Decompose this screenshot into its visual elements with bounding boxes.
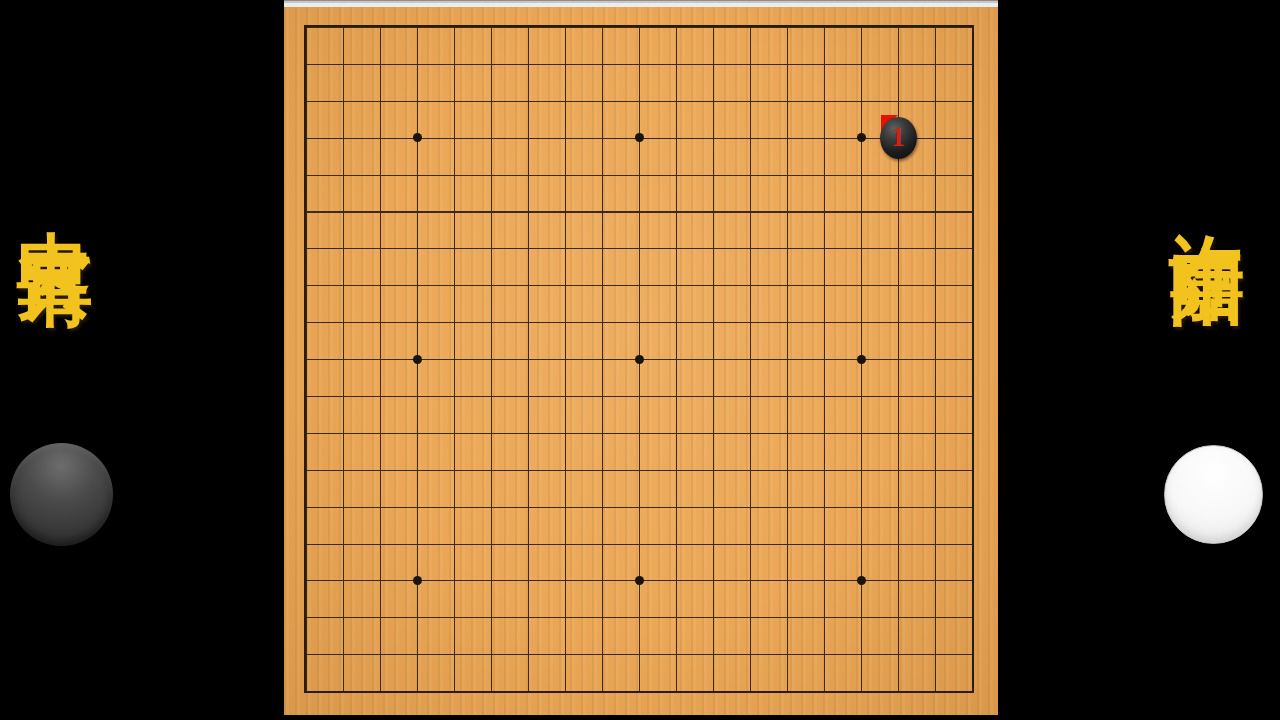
intersection-O8[interactable]: [769, 414, 806, 451]
intersection-M8[interactable]: [695, 414, 732, 451]
intersection-C15[interactable]: [362, 156, 399, 193]
intersection-P8[interactable]: [806, 414, 843, 451]
intersection-N11[interactable]: [732, 304, 769, 341]
intersection-G11[interactable]: [510, 304, 547, 341]
intersection-O17[interactable]: [769, 82, 806, 119]
intersection-T17[interactable]: [954, 82, 991, 119]
intersection-B9[interactable]: [325, 377, 362, 414]
intersection-A4[interactable]: [288, 562, 325, 599]
intersection-H14[interactable]: [547, 193, 584, 230]
intersection-G10[interactable]: [510, 341, 547, 378]
intersection-R17[interactable]: [880, 82, 917, 119]
intersection-D17[interactable]: [399, 82, 436, 119]
intersection-E6[interactable]: [436, 488, 473, 525]
intersection-S15[interactable]: [917, 156, 954, 193]
intersection-A5[interactable]: [288, 525, 325, 562]
intersection-S11[interactable]: [917, 304, 954, 341]
intersection-T16[interactable]: [954, 119, 991, 156]
intersection-G17[interactable]: [510, 82, 547, 119]
intersection-J11[interactable]: [584, 304, 621, 341]
intersection-P15[interactable]: [806, 156, 843, 193]
intersection-E4[interactable]: [436, 562, 473, 599]
intersection-P5[interactable]: [806, 525, 843, 562]
intersection-F19[interactable]: [473, 9, 510, 46]
intersection-M3[interactable]: [695, 599, 732, 636]
intersection-K8[interactable]: [621, 414, 658, 451]
intersection-R10[interactable]: [880, 341, 917, 378]
intersection-A7[interactable]: [288, 451, 325, 488]
intersection-A18[interactable]: [288, 45, 325, 82]
intersection-H12[interactable]: [547, 267, 584, 304]
intersection-E8[interactable]: [436, 414, 473, 451]
intersection-S16[interactable]: [917, 119, 954, 156]
intersection-K18[interactable]: [621, 45, 658, 82]
intersection-O2[interactable]: [769, 636, 806, 673]
intersection-N12[interactable]: [732, 267, 769, 304]
intersection-B18[interactable]: [325, 45, 362, 82]
intersection-L11[interactable]: [658, 304, 695, 341]
intersection-T12[interactable]: [954, 267, 991, 304]
intersection-S7[interactable]: [917, 451, 954, 488]
intersection-R5[interactable]: [880, 525, 917, 562]
intersection-D12[interactable]: [399, 267, 436, 304]
intersection-K6[interactable]: [621, 488, 658, 525]
intersection-D14[interactable]: [399, 193, 436, 230]
intersection-K2[interactable]: [621, 636, 658, 673]
intersection-N1[interactable]: [732, 673, 769, 710]
intersection-R11[interactable]: [880, 304, 917, 341]
intersection-G19[interactable]: [510, 9, 547, 46]
intersection-J5[interactable]: [584, 525, 621, 562]
intersection-M11[interactable]: [695, 304, 732, 341]
intersection-K19[interactable]: [621, 9, 658, 46]
intersection-B16[interactable]: [325, 119, 362, 156]
intersection-R2[interactable]: [880, 636, 917, 673]
intersection-T10[interactable]: [954, 341, 991, 378]
intersection-D15[interactable]: [399, 156, 436, 193]
intersection-L4[interactable]: [658, 562, 695, 599]
intersection-B6[interactable]: [325, 488, 362, 525]
intersection-B11[interactable]: [325, 304, 362, 341]
intersection-Q14[interactable]: [843, 193, 880, 230]
intersection-N18[interactable]: [732, 45, 769, 82]
intersection-F18[interactable]: [473, 45, 510, 82]
intersection-P7[interactable]: [806, 451, 843, 488]
intersection-H17[interactable]: [547, 82, 584, 119]
intersection-A8[interactable]: [288, 414, 325, 451]
intersection-C7[interactable]: [362, 451, 399, 488]
intersection-D11[interactable]: [399, 304, 436, 341]
intersection-R7[interactable]: [880, 451, 917, 488]
intersection-D19[interactable]: [399, 9, 436, 46]
intersection-O9[interactable]: [769, 377, 806, 414]
intersection-C9[interactable]: [362, 377, 399, 414]
intersection-A9[interactable]: [288, 377, 325, 414]
intersection-F1[interactable]: [473, 673, 510, 710]
intersection-Q5[interactable]: [843, 525, 880, 562]
intersection-F4[interactable]: [473, 562, 510, 599]
intersection-C3[interactable]: [362, 599, 399, 636]
intersection-C12[interactable]: [362, 267, 399, 304]
intersection-Q2[interactable]: [843, 636, 880, 673]
intersection-L7[interactable]: [658, 451, 695, 488]
intersection-F13[interactable]: [473, 230, 510, 267]
intersection-Q1[interactable]: [843, 673, 880, 710]
intersection-M5[interactable]: [695, 525, 732, 562]
intersection-H6[interactable]: [547, 488, 584, 525]
intersection-M19[interactable]: [695, 9, 732, 46]
intersection-T2[interactable]: [954, 636, 991, 673]
intersection-S6[interactable]: [917, 488, 954, 525]
intersection-S14[interactable]: [917, 193, 954, 230]
intersection-R6[interactable]: [880, 488, 917, 525]
intersection-H3[interactable]: [547, 599, 584, 636]
intersection-H16[interactable]: [547, 119, 584, 156]
intersection-T19[interactable]: [954, 9, 991, 46]
intersection-P12[interactable]: [806, 267, 843, 304]
intersection-P11[interactable]: [806, 304, 843, 341]
intersection-F5[interactable]: [473, 525, 510, 562]
intersection-J19[interactable]: [584, 9, 621, 46]
intersection-J9[interactable]: [584, 377, 621, 414]
intersection-R8[interactable]: [880, 414, 917, 451]
intersection-Q11[interactable]: [843, 304, 880, 341]
intersection-R19[interactable]: [880, 9, 917, 46]
intersection-F15[interactable]: [473, 156, 510, 193]
intersection-H15[interactable]: [547, 156, 584, 193]
intersection-L5[interactable]: [658, 525, 695, 562]
intersection-R12[interactable]: [880, 267, 917, 304]
intersection-P1[interactable]: [806, 673, 843, 710]
intersection-Q3[interactable]: [843, 599, 880, 636]
intersection-H11[interactable]: [547, 304, 584, 341]
intersection-N7[interactable]: [732, 451, 769, 488]
intersection-L10[interactable]: [658, 341, 695, 378]
intersection-M14[interactable]: [695, 193, 732, 230]
intersection-J16[interactable]: [584, 119, 621, 156]
intersection-F2[interactable]: [473, 636, 510, 673]
intersection-T13[interactable]: [954, 230, 991, 267]
intersection-B13[interactable]: [325, 230, 362, 267]
intersection-A17[interactable]: [288, 82, 325, 119]
intersection-H1[interactable]: [547, 673, 584, 710]
intersection-E12[interactable]: [436, 267, 473, 304]
intersection-C5[interactable]: [362, 525, 399, 562]
intersection-C2[interactable]: [362, 636, 399, 673]
intersection-M12[interactable]: [695, 267, 732, 304]
intersection-P16[interactable]: [806, 119, 843, 156]
intersection-P9[interactable]: [806, 377, 843, 414]
intersection-F8[interactable]: [473, 414, 510, 451]
intersection-F12[interactable]: [473, 267, 510, 304]
intersection-J8[interactable]: [584, 414, 621, 451]
intersection-T18[interactable]: [954, 45, 991, 82]
intersection-R1[interactable]: [880, 673, 917, 710]
intersection-H9[interactable]: [547, 377, 584, 414]
intersection-J13[interactable]: [584, 230, 621, 267]
intersection-O6[interactable]: [769, 488, 806, 525]
intersection-E17[interactable]: [436, 82, 473, 119]
intersection-O1[interactable]: [769, 673, 806, 710]
intersection-G5[interactable]: [510, 525, 547, 562]
intersection-M1[interactable]: [695, 673, 732, 710]
intersection-R15[interactable]: [880, 156, 917, 193]
intersection-L14[interactable]: [658, 193, 695, 230]
intersection-L17[interactable]: [658, 82, 695, 119]
intersection-C8[interactable]: [362, 414, 399, 451]
intersection-L2[interactable]: [658, 636, 695, 673]
intersection-N8[interactable]: [732, 414, 769, 451]
intersection-R14[interactable]: [880, 193, 917, 230]
intersection-O5[interactable]: [769, 525, 806, 562]
intersection-H13[interactable]: [547, 230, 584, 267]
intersection-T9[interactable]: [954, 377, 991, 414]
intersection-A2[interactable]: [288, 636, 325, 673]
intersection-L15[interactable]: [658, 156, 695, 193]
intersection-N16[interactable]: [732, 119, 769, 156]
intersection-T14[interactable]: [954, 193, 991, 230]
intersection-S4[interactable]: [917, 562, 954, 599]
intersection-S3[interactable]: [917, 599, 954, 636]
intersection-N14[interactable]: [732, 193, 769, 230]
intersection-C11[interactable]: [362, 304, 399, 341]
intersection-F17[interactable]: [473, 82, 510, 119]
intersection-Q19[interactable]: [843, 9, 880, 46]
intersection-B1[interactable]: [325, 673, 362, 710]
intersection-H18[interactable]: [547, 45, 584, 82]
intersection-Q12[interactable]: [843, 267, 880, 304]
intersection-N15[interactable]: [732, 156, 769, 193]
intersection-R18[interactable]: [880, 45, 917, 82]
intersection-G12[interactable]: [510, 267, 547, 304]
intersection-S19[interactable]: [917, 9, 954, 46]
intersection-J10[interactable]: [584, 341, 621, 378]
intersection-T1[interactable]: [954, 673, 991, 710]
intersection-D5[interactable]: [399, 525, 436, 562]
intersection-A14[interactable]: [288, 193, 325, 230]
intersection-L18[interactable]: [658, 45, 695, 82]
intersection-D7[interactable]: [399, 451, 436, 488]
intersection-E10[interactable]: [436, 341, 473, 378]
intersection-G16[interactable]: [510, 119, 547, 156]
intersection-R13[interactable]: [880, 230, 917, 267]
intersection-H19[interactable]: [547, 9, 584, 46]
intersection-E3[interactable]: [436, 599, 473, 636]
intersection-B17[interactable]: [325, 82, 362, 119]
intersection-N9[interactable]: [732, 377, 769, 414]
intersection-K5[interactable]: [621, 525, 658, 562]
intersection-E18[interactable]: [436, 45, 473, 82]
intersection-M18[interactable]: [695, 45, 732, 82]
intersection-G2[interactable]: [510, 636, 547, 673]
intersection-Q15[interactable]: [843, 156, 880, 193]
intersection-R9[interactable]: [880, 377, 917, 414]
intersection-K1[interactable]: [621, 673, 658, 710]
intersection-D1[interactable]: [399, 673, 436, 710]
intersection-N5[interactable]: [732, 525, 769, 562]
intersection-A10[interactable]: [288, 341, 325, 378]
intersection-J12[interactable]: [584, 267, 621, 304]
intersection-E16[interactable]: [436, 119, 473, 156]
intersection-K14[interactable]: [621, 193, 658, 230]
intersection-L19[interactable]: [658, 9, 695, 46]
intersection-K9[interactable]: [621, 377, 658, 414]
intersection-G8[interactable]: [510, 414, 547, 451]
intersection-M13[interactable]: [695, 230, 732, 267]
intersection-E9[interactable]: [436, 377, 473, 414]
intersection-T15[interactable]: [954, 156, 991, 193]
intersection-H7[interactable]: [547, 451, 584, 488]
intersection-B12[interactable]: [325, 267, 362, 304]
intersection-C14[interactable]: [362, 193, 399, 230]
intersection-B3[interactable]: [325, 599, 362, 636]
intersection-G4[interactable]: [510, 562, 547, 599]
intersection-L9[interactable]: [658, 377, 695, 414]
intersection-J7[interactable]: [584, 451, 621, 488]
intersection-O7[interactable]: [769, 451, 806, 488]
intersection-T5[interactable]: [954, 525, 991, 562]
intersection-Q8[interactable]: [843, 414, 880, 451]
intersection-S5[interactable]: [917, 525, 954, 562]
intersection-A12[interactable]: [288, 267, 325, 304]
intersection-F16[interactable]: [473, 119, 510, 156]
intersection-R4[interactable]: [880, 562, 917, 599]
intersection-K17[interactable]: [621, 82, 658, 119]
intersection-J4[interactable]: [584, 562, 621, 599]
intersection-K3[interactable]: [621, 599, 658, 636]
intersection-G7[interactable]: [510, 451, 547, 488]
intersection-P4[interactable]: [806, 562, 843, 599]
intersection-O18[interactable]: [769, 45, 806, 82]
intersection-B2[interactable]: [325, 636, 362, 673]
intersection-Q7[interactable]: [843, 451, 880, 488]
intersection-D6[interactable]: [399, 488, 436, 525]
intersection-P6[interactable]: [806, 488, 843, 525]
intersection-E2[interactable]: [436, 636, 473, 673]
intersection-E15[interactable]: [436, 156, 473, 193]
intersection-Q18[interactable]: [843, 45, 880, 82]
intersection-S13[interactable]: [917, 230, 954, 267]
intersection-T8[interactable]: [954, 414, 991, 451]
intersection-B8[interactable]: [325, 414, 362, 451]
intersection-B7[interactable]: [325, 451, 362, 488]
intersection-L6[interactable]: [658, 488, 695, 525]
intersection-N17[interactable]: [732, 82, 769, 119]
intersection-B5[interactable]: [325, 525, 362, 562]
intersection-C13[interactable]: [362, 230, 399, 267]
intersection-O15[interactable]: [769, 156, 806, 193]
intersection-G13[interactable]: [510, 230, 547, 267]
intersection-J2[interactable]: [584, 636, 621, 673]
intersection-E5[interactable]: [436, 525, 473, 562]
intersection-S12[interactable]: [917, 267, 954, 304]
intersection-N19[interactable]: [732, 9, 769, 46]
intersection-M16[interactable]: [695, 119, 732, 156]
intersection-M10[interactable]: [695, 341, 732, 378]
intersection-L16[interactable]: [658, 119, 695, 156]
intersection-K11[interactable]: [621, 304, 658, 341]
intersection-A11[interactable]: [288, 304, 325, 341]
intersection-F9[interactable]: [473, 377, 510, 414]
intersection-T4[interactable]: [954, 562, 991, 599]
intersection-D18[interactable]: [399, 45, 436, 82]
intersection-S17[interactable]: [917, 82, 954, 119]
intersection-L12[interactable]: [658, 267, 695, 304]
intersection-P13[interactable]: [806, 230, 843, 267]
intersection-D13[interactable]: [399, 230, 436, 267]
intersection-F14[interactable]: [473, 193, 510, 230]
intersection-L8[interactable]: [658, 414, 695, 451]
intersection-H8[interactable]: [547, 414, 584, 451]
intersection-O4[interactable]: [769, 562, 806, 599]
intersection-S8[interactable]: [917, 414, 954, 451]
intersection-B15[interactable]: [325, 156, 362, 193]
intersection-R3[interactable]: [880, 599, 917, 636]
intersection-G18[interactable]: [510, 45, 547, 82]
intersection-C6[interactable]: [362, 488, 399, 525]
intersection-O16[interactable]: [769, 119, 806, 156]
intersection-O14[interactable]: [769, 193, 806, 230]
intersection-L1[interactable]: [658, 673, 695, 710]
intersection-J14[interactable]: [584, 193, 621, 230]
intersection-O11[interactable]: [769, 304, 806, 341]
intersection-A19[interactable]: [288, 9, 325, 46]
intersection-E13[interactable]: [436, 230, 473, 267]
intersection-C19[interactable]: [362, 9, 399, 46]
intersection-G6[interactable]: [510, 488, 547, 525]
intersection-M4[interactable]: [695, 562, 732, 599]
intersection-K15[interactable]: [621, 156, 658, 193]
intersection-S2[interactable]: [917, 636, 954, 673]
intersection-P10[interactable]: [806, 341, 843, 378]
intersection-J15[interactable]: [584, 156, 621, 193]
intersection-D3[interactable]: [399, 599, 436, 636]
intersection-O12[interactable]: [769, 267, 806, 304]
intersection-M7[interactable]: [695, 451, 732, 488]
intersection-N3[interactable]: [732, 599, 769, 636]
intersection-F11[interactable]: [473, 304, 510, 341]
intersection-J3[interactable]: [584, 599, 621, 636]
intersection-P19[interactable]: [806, 9, 843, 46]
intersection-J1[interactable]: [584, 673, 621, 710]
intersection-S18[interactable]: [917, 45, 954, 82]
intersection-N10[interactable]: [732, 341, 769, 378]
intersection-O19[interactable]: [769, 9, 806, 46]
intersection-J18[interactable]: [584, 45, 621, 82]
intersection-A15[interactable]: [288, 156, 325, 193]
intersection-N13[interactable]: [732, 230, 769, 267]
intersection-P3[interactable]: [806, 599, 843, 636]
intersection-T3[interactable]: [954, 599, 991, 636]
intersection-D2[interactable]: [399, 636, 436, 673]
intersection-F3[interactable]: [473, 599, 510, 636]
intersection-E19[interactable]: [436, 9, 473, 46]
intersection-Q9[interactable]: [843, 377, 880, 414]
intersection-B19[interactable]: [325, 9, 362, 46]
intersection-E11[interactable]: [436, 304, 473, 341]
intersection-C18[interactable]: [362, 45, 399, 82]
intersection-C1[interactable]: [362, 673, 399, 710]
intersection-H5[interactable]: [547, 525, 584, 562]
intersection-M9[interactable]: [695, 377, 732, 414]
intersection-H2[interactable]: [547, 636, 584, 673]
intersection-B4[interactable]: [325, 562, 362, 599]
intersection-C17[interactable]: [362, 82, 399, 119]
intersection-A16[interactable]: [288, 119, 325, 156]
intersection-O10[interactable]: [769, 341, 806, 378]
intersection-M2[interactable]: [695, 636, 732, 673]
intersection-C16[interactable]: [362, 119, 399, 156]
